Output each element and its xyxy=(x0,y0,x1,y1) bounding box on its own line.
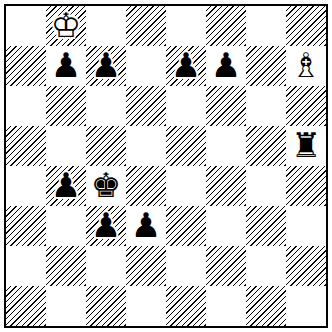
square-d2[interactable] xyxy=(126,246,166,286)
square-h3[interactable] xyxy=(286,206,326,246)
square-f4[interactable] xyxy=(206,166,246,206)
piece-white-king: ♔ xyxy=(46,6,86,46)
square-c8[interactable] xyxy=(86,6,126,46)
square-c1[interactable] xyxy=(86,286,126,326)
square-d7[interactable] xyxy=(126,46,166,86)
square-a8[interactable] xyxy=(6,6,46,46)
square-h6[interactable] xyxy=(286,86,326,126)
square-b6[interactable] xyxy=(46,86,86,126)
square-g7[interactable] xyxy=(246,46,286,86)
square-h1[interactable] xyxy=(286,286,326,326)
black-pawn-halo: ♟ xyxy=(46,166,86,206)
square-a6[interactable] xyxy=(6,86,46,126)
piece-white-bishop: ♗ xyxy=(286,46,326,86)
square-b5[interactable] xyxy=(46,126,86,166)
piece-black-pawn: ♟ xyxy=(46,46,86,86)
square-h8[interactable] xyxy=(286,6,326,46)
black-pawn-halo: ♟ xyxy=(166,46,206,86)
square-g4[interactable] xyxy=(246,166,286,206)
square-a2[interactable] xyxy=(6,246,46,286)
square-h4[interactable] xyxy=(286,166,326,206)
square-c2[interactable] xyxy=(86,246,126,286)
square-e8[interactable] xyxy=(166,6,206,46)
square-f2[interactable] xyxy=(206,246,246,286)
square-d4[interactable] xyxy=(126,166,166,206)
square-f6[interactable] xyxy=(206,86,246,126)
square-e6[interactable] xyxy=(166,86,206,126)
page: ♚♔♟♟♟♟♟♟♟♟♝♗♜♜♟♟♚♚♟♟♟♟ xyxy=(0,0,332,332)
square-g1[interactable] xyxy=(246,286,286,326)
square-a7[interactable] xyxy=(6,46,46,86)
square-g3[interactable] xyxy=(246,206,286,246)
square-d8[interactable] xyxy=(126,6,166,46)
square-g8[interactable] xyxy=(246,6,286,46)
piece-black-king: ♚ xyxy=(86,166,126,206)
square-e1[interactable] xyxy=(166,286,206,326)
square-e5[interactable] xyxy=(166,126,206,166)
square-h7[interactable]: ♝♗ xyxy=(286,46,326,86)
square-f3[interactable] xyxy=(206,206,246,246)
black-pawn-halo: ♟ xyxy=(86,46,126,86)
square-b4[interactable]: ♟♟ xyxy=(46,166,86,206)
piece-black-pawn: ♟ xyxy=(86,46,126,86)
square-d1[interactable] xyxy=(126,286,166,326)
piece-black-pawn: ♟ xyxy=(166,46,206,86)
square-b1[interactable] xyxy=(46,286,86,326)
square-c4[interactable]: ♚♚ xyxy=(86,166,126,206)
square-g2[interactable] xyxy=(246,246,286,286)
black-pawn-halo: ♟ xyxy=(206,46,246,86)
board-frame: ♚♔♟♟♟♟♟♟♟♟♝♗♜♜♟♟♚♚♟♟♟♟ xyxy=(4,4,328,328)
piece-black-pawn: ♟ xyxy=(46,166,86,206)
square-f5[interactable] xyxy=(206,126,246,166)
square-a1[interactable] xyxy=(6,286,46,326)
square-d3[interactable]: ♟♟ xyxy=(126,206,166,246)
black-pawn-halo: ♟ xyxy=(46,46,86,86)
square-h2[interactable] xyxy=(286,246,326,286)
square-d6[interactable] xyxy=(126,86,166,126)
piece-black-pawn: ♟ xyxy=(126,206,166,246)
square-e2[interactable] xyxy=(166,246,206,286)
square-c6[interactable] xyxy=(86,86,126,126)
square-a3[interactable] xyxy=(6,206,46,246)
piece-black-rook: ♜ xyxy=(286,126,326,166)
black-pawn-halo: ♟ xyxy=(86,206,126,246)
square-h5[interactable]: ♜♜ xyxy=(286,126,326,166)
black-king-halo: ♚ xyxy=(86,166,126,206)
square-f8[interactable] xyxy=(206,6,246,46)
white-bishop-halo: ♝ xyxy=(286,46,326,86)
square-a5[interactable] xyxy=(6,126,46,166)
square-f1[interactable] xyxy=(206,286,246,326)
square-e7[interactable]: ♟♟ xyxy=(166,46,206,86)
square-c7[interactable]: ♟♟ xyxy=(86,46,126,86)
square-e4[interactable] xyxy=(166,166,206,206)
square-b7[interactable]: ♟♟ xyxy=(46,46,86,86)
square-c3[interactable]: ♟♟ xyxy=(86,206,126,246)
chess-board: ♚♔♟♟♟♟♟♟♟♟♝♗♜♜♟♟♚♚♟♟♟♟ xyxy=(6,6,326,326)
white-king-halo: ♚ xyxy=(46,6,86,46)
square-b2[interactable] xyxy=(46,246,86,286)
square-d5[interactable] xyxy=(126,126,166,166)
piece-black-pawn: ♟ xyxy=(86,206,126,246)
square-g5[interactable] xyxy=(246,126,286,166)
square-c5[interactable] xyxy=(86,126,126,166)
square-f7[interactable]: ♟♟ xyxy=(206,46,246,86)
square-a4[interactable] xyxy=(6,166,46,206)
black-pawn-halo: ♟ xyxy=(126,206,166,246)
square-b3[interactable] xyxy=(46,206,86,246)
square-g6[interactable] xyxy=(246,86,286,126)
piece-black-pawn: ♟ xyxy=(206,46,246,86)
black-rook-halo: ♜ xyxy=(286,126,326,166)
square-b8[interactable]: ♚♔ xyxy=(46,6,86,46)
square-e3[interactable] xyxy=(166,206,206,246)
